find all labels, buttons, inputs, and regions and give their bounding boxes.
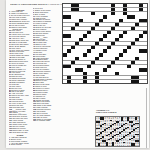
- grid-cell[interactable]: [99, 80, 103, 83]
- grid-cell[interactable]: [99, 46, 103, 49]
- grid-cell[interactable]: [127, 68, 131, 71]
- grid-cell[interactable]: [63, 61, 67, 64]
- grid-cell[interactable]: [91, 72, 95, 75]
- grid-cell[interactable]: [79, 12, 83, 15]
- grid-cell[interactable]: [103, 46, 107, 49]
- grid-cell[interactable]: [115, 12, 119, 15]
- grid-cell[interactable]: [87, 80, 91, 83]
- grid-cell[interactable]: [91, 34, 95, 37]
- grid-cell[interactable]: [71, 80, 75, 83]
- grid-cell[interactable]: [83, 31, 87, 34]
- grid-cell[interactable]: [103, 57, 107, 60]
- grid-cell[interactable]: [75, 19, 79, 22]
- grid-cell[interactable]: [91, 38, 95, 41]
- grid-cell[interactable]: [123, 19, 127, 22]
- grid-cell[interactable]: [127, 57, 131, 60]
- grid-cell[interactable]: [107, 4, 111, 7]
- grid-cell[interactable]: [71, 38, 75, 41]
- grid-cell[interactable]: [87, 72, 91, 75]
- grid-cell[interactable]: [75, 72, 79, 75]
- grid-cell[interactable]: [63, 42, 67, 45]
- grid-cell[interactable]: [135, 31, 139, 34]
- grid-cell[interactable]: [127, 38, 131, 41]
- grid-cell[interactable]: [119, 4, 123, 7]
- grid-cell[interactable]: [67, 8, 71, 11]
- grid-cell[interactable]: [75, 38, 79, 41]
- grid-cell[interactable]: [99, 4, 103, 7]
- grid-cell[interactable]: [71, 15, 75, 18]
- grid-cell[interactable]: [63, 8, 67, 11]
- grid-cell[interactable]: [143, 4, 147, 7]
- grid-cell[interactable]: [87, 8, 91, 11]
- grid-cell[interactable]: [143, 8, 147, 11]
- grid-cell[interactable]: [63, 19, 67, 22]
- grid-cell[interactable]: [91, 65, 95, 68]
- grid-cell[interactable]: [111, 46, 115, 49]
- grid-cell[interactable]: [87, 68, 91, 71]
- grid-cell[interactable]: [99, 57, 103, 60]
- grid-cell[interactable]: [131, 23, 135, 26]
- grid-cell[interactable]: [135, 72, 139, 75]
- grid-cell[interactable]: [67, 46, 71, 49]
- grid-cell[interactable]: [135, 15, 139, 18]
- grid-cell[interactable]: [71, 19, 75, 22]
- grid-cell[interactable]: [143, 34, 147, 37]
- grid-cell[interactable]: [139, 15, 143, 18]
- grid-cell[interactable]: [127, 72, 131, 75]
- grid-cell[interactable]: [99, 65, 103, 68]
- grid-cell[interactable]: [107, 76, 111, 79]
- grid-cell[interactable]: [87, 53, 91, 56]
- grid-cell[interactable]: [99, 15, 103, 18]
- grid-cell[interactable]: [91, 53, 95, 56]
- grid-cell[interactable]: [107, 38, 111, 41]
- grid-cell[interactable]: [71, 49, 75, 52]
- grid-cell[interactable]: [79, 57, 83, 60]
- grid-cell[interactable]: [127, 34, 131, 37]
- grid-cell[interactable]: [79, 61, 83, 64]
- grid-cell[interactable]: [71, 34, 75, 37]
- grid-cell[interactable]: [143, 42, 147, 45]
- grid-cell[interactable]: [115, 61, 119, 64]
- grid-cell[interactable]: [103, 72, 107, 75]
- grid-cell[interactable]: [83, 8, 87, 11]
- grid-cell[interactable]: [79, 49, 83, 52]
- grid-cell[interactable]: [67, 42, 71, 45]
- grid-cell[interactable]: [115, 80, 119, 83]
- grid-cell[interactable]: [127, 80, 131, 83]
- grid-cell[interactable]: [143, 46, 147, 49]
- grid-cell[interactable]: [119, 80, 123, 83]
- grid-cell[interactable]: [139, 27, 143, 30]
- grid-cell[interactable]: [127, 61, 131, 64]
- grid-cell[interactable]: [111, 68, 115, 71]
- grid-cell[interactable]: [79, 42, 83, 45]
- grid-cell[interactable]: [83, 4, 87, 7]
- grid-cell[interactable]: [95, 38, 99, 41]
- grid-cell[interactable]: [91, 4, 95, 7]
- grid-cell[interactable]: [115, 65, 119, 68]
- grid-cell[interactable]: [91, 15, 95, 18]
- grid-cell[interactable]: [79, 31, 83, 34]
- grid-cell[interactable]: [143, 65, 147, 68]
- grid-cell[interactable]: [115, 53, 119, 56]
- grid-cell[interactable]: [63, 72, 67, 75]
- grid-cell[interactable]: [135, 34, 139, 37]
- grid-cell[interactable]: [139, 31, 143, 34]
- grid-cell[interactable]: [131, 4, 135, 7]
- grid-cell[interactable]: [123, 23, 127, 26]
- grid-cell[interactable]: [107, 53, 111, 56]
- grid-cell[interactable]: [123, 72, 127, 75]
- grid-cell[interactable]: [79, 65, 83, 68]
- grid-cell[interactable]: [143, 72, 147, 75]
- grid-cell[interactable]: [63, 23, 67, 26]
- grid-cell[interactable]: [83, 27, 87, 30]
- grid-cell[interactable]: [131, 34, 135, 37]
- grid-cell[interactable]: [71, 72, 75, 75]
- grid-cell[interactable]: [135, 4, 139, 7]
- grid-cell[interactable]: [143, 53, 147, 56]
- grid-cell[interactable]: [83, 15, 87, 18]
- grid-cell[interactable]: [91, 76, 95, 79]
- grid-cell[interactable]: [95, 65, 99, 68]
- grid-cell[interactable]: [123, 42, 127, 45]
- grid-cell[interactable]: [123, 57, 127, 60]
- grid-cell[interactable]: [71, 65, 75, 68]
- grid-cell[interactable]: [83, 23, 87, 26]
- grid-cell[interactable]: [87, 57, 91, 60]
- grid-cell[interactable]: [75, 80, 79, 83]
- grid-cell[interactable]: [71, 76, 75, 79]
- grid-cell[interactable]: [131, 65, 135, 68]
- grid-cell[interactable]: [139, 72, 143, 75]
- grid-cell[interactable]: [67, 61, 71, 64]
- grid-cell[interactable]: [115, 31, 119, 34]
- grid-cell[interactable]: [67, 53, 71, 56]
- grid-cell[interactable]: [99, 12, 103, 15]
- grid-cell[interactable]: [135, 61, 139, 64]
- grid-cell[interactable]: [75, 76, 79, 79]
- grid-cell[interactable]: [63, 31, 67, 34]
- grid-cell[interactable]: [99, 23, 103, 26]
- grid-cell[interactable]: [87, 27, 91, 30]
- grid-cell[interactable]: [119, 27, 123, 30]
- grid-cell[interactable]: [71, 12, 75, 15]
- grid-cell[interactable]: [87, 76, 91, 79]
- grid-cell[interactable]: [67, 4, 71, 7]
- grid-cell[interactable]: [71, 23, 75, 26]
- grid-cell[interactable]: [135, 65, 139, 68]
- grid-cell[interactable]: [91, 31, 95, 34]
- grid-cell[interactable]: [79, 27, 83, 30]
- grid-cell[interactable]: [135, 42, 139, 45]
- grid-cell[interactable]: [119, 42, 123, 45]
- grid-cell[interactable]: [63, 80, 67, 83]
- grid-cell[interactable]: [115, 76, 119, 79]
- grid-cell[interactable]: [95, 61, 99, 64]
- grid-cell[interactable]: [103, 4, 107, 7]
- grid-cell[interactable]: [127, 53, 131, 56]
- grid-cell[interactable]: [111, 57, 115, 60]
- grid-cell[interactable]: [131, 12, 135, 15]
- grid-cell[interactable]: [79, 80, 83, 83]
- grid-cell[interactable]: [107, 42, 111, 45]
- grid-cell[interactable]: [119, 23, 123, 26]
- grid-cell[interactable]: [71, 53, 75, 56]
- grid-cell[interactable]: [139, 65, 143, 68]
- grid-cell[interactable]: [83, 46, 87, 49]
- grid-cell[interactable]: [87, 46, 91, 49]
- grid-cell[interactable]: [115, 8, 119, 11]
- grid-cell[interactable]: [119, 72, 123, 75]
- grid-cell[interactable]: [115, 46, 119, 49]
- grid-cell[interactable]: [107, 12, 111, 15]
- grid-cell[interactable]: [103, 23, 107, 26]
- grid-cell[interactable]: [83, 42, 87, 45]
- grid-cell[interactable]: [107, 15, 111, 18]
- grid-cell[interactable]: [103, 76, 107, 79]
- grid-cell[interactable]: [111, 49, 115, 52]
- grid-cell[interactable]: [143, 23, 147, 26]
- grid-cell[interactable]: [95, 53, 99, 56]
- grid-cell[interactable]: [143, 80, 147, 83]
- grid-cell[interactable]: [119, 49, 123, 52]
- grid-cell[interactable]: [99, 76, 103, 79]
- grid-cell[interactable]: [103, 31, 107, 34]
- grid-cell[interactable]: [99, 27, 103, 30]
- grid-cell[interactable]: [119, 31, 123, 34]
- grid-cell[interactable]: [135, 49, 139, 52]
- grid-cell[interactable]: [99, 68, 103, 71]
- grid-cell[interactable]: [135, 8, 139, 11]
- grid-cell[interactable]: [135, 53, 139, 56]
- grid-cell[interactable]: [75, 65, 79, 68]
- grid-cell[interactable]: [79, 15, 83, 18]
- grid-cell[interactable]: [95, 49, 99, 52]
- grid-cell[interactable]: [67, 57, 71, 60]
- grid-cell[interactable]: [91, 8, 95, 11]
- grid-cell[interactable]: [63, 68, 67, 71]
- grid-cell[interactable]: [135, 12, 139, 15]
- grid-cell[interactable]: [79, 8, 83, 11]
- grid-cell[interactable]: [67, 12, 71, 15]
- grid-cell[interactable]: [139, 23, 143, 26]
- grid-cell[interactable]: [99, 72, 103, 75]
- grid-cell[interactable]: [111, 65, 115, 68]
- grid-cell[interactable]: [107, 49, 111, 52]
- grid-cell[interactable]: [127, 4, 131, 7]
- grid-cell[interactable]: [107, 80, 111, 83]
- grid-cell[interactable]: [83, 12, 87, 15]
- grid-cell[interactable]: [115, 19, 119, 22]
- grid-cell[interactable]: [75, 53, 79, 56]
- grid-cell[interactable]: [115, 42, 119, 45]
- grid-cell[interactable]: [99, 31, 103, 34]
- grid-cell[interactable]: [107, 61, 111, 64]
- grid-cell[interactable]: [67, 72, 71, 75]
- grid-cell[interactable]: [119, 57, 123, 60]
- grid-cell[interactable]: [83, 68, 87, 71]
- grid-cell[interactable]: [95, 4, 99, 7]
- grid-cell[interactable]: [131, 68, 135, 71]
- grid-cell[interactable]: [119, 12, 123, 15]
- grid-cell[interactable]: [63, 49, 67, 52]
- grid-cell[interactable]: [95, 27, 99, 30]
- grid-cell[interactable]: [131, 49, 135, 52]
- grid-cell[interactable]: [119, 15, 123, 18]
- grid-cell[interactable]: [135, 68, 139, 71]
- grid-cell[interactable]: [131, 57, 135, 60]
- grid-cell[interactable]: [107, 68, 111, 71]
- grid-cell[interactable]: [79, 46, 83, 49]
- grid-cell[interactable]: [115, 27, 119, 30]
- grid-cell[interactable]: [75, 49, 79, 52]
- grid-cell[interactable]: [127, 31, 131, 34]
- grid-cell[interactable]: [103, 19, 107, 22]
- grid-cell[interactable]: [83, 19, 87, 22]
- grid-cell[interactable]: [143, 27, 147, 30]
- grid-cell[interactable]: [139, 61, 143, 64]
- grid-cell[interactable]: [99, 42, 103, 45]
- grid-cell[interactable]: [83, 61, 87, 64]
- grid-cell[interactable]: [127, 19, 131, 22]
- grid-cell[interactable]: [95, 15, 99, 18]
- grid-cell[interactable]: [79, 53, 83, 56]
- grid-cell[interactable]: [123, 53, 127, 56]
- grid-cell[interactable]: [131, 8, 135, 11]
- grid-cell[interactable]: [123, 80, 127, 83]
- grid-cell[interactable]: [123, 15, 127, 18]
- grid-cell[interactable]: [111, 15, 115, 18]
- grid-cell[interactable]: [115, 4, 119, 7]
- grid-cell[interactable]: [91, 68, 95, 71]
- grid-cell[interactable]: [139, 57, 143, 60]
- grid-cell[interactable]: [87, 42, 91, 45]
- grid-cell[interactable]: [63, 76, 67, 79]
- grid-cell[interactable]: [139, 12, 143, 15]
- grid-cell[interactable]: [87, 61, 91, 64]
- grid-cell[interactable]: [143, 38, 147, 41]
- grid-cell[interactable]: [123, 46, 127, 49]
- grid-cell[interactable]: [103, 8, 107, 11]
- grid-cell[interactable]: [91, 42, 95, 45]
- grid-cell[interactable]: [87, 15, 91, 18]
- grid-cell[interactable]: [75, 31, 79, 34]
- grid-cell[interactable]: [111, 19, 115, 22]
- grid-cell[interactable]: [135, 27, 139, 30]
- grid-cell[interactable]: [67, 19, 71, 22]
- grid-cell[interactable]: [79, 23, 83, 26]
- grid-cell[interactable]: [63, 12, 67, 15]
- grid-cell[interactable]: [111, 38, 115, 41]
- grid-cell[interactable]: [63, 57, 67, 60]
- grid-cell[interactable]: [63, 4, 67, 7]
- grid-cell[interactable]: [87, 38, 91, 41]
- grid-cell[interactable]: [99, 61, 103, 64]
- grid-cell[interactable]: [103, 27, 107, 30]
- grid-cell[interactable]: [123, 76, 127, 79]
- grid-cell[interactable]: [107, 8, 111, 11]
- grid-cell[interactable]: [119, 8, 123, 11]
- grid-cell[interactable]: [103, 42, 107, 45]
- grid-cell[interactable]: [75, 15, 79, 18]
- grid-cell[interactable]: [127, 12, 131, 15]
- grid-cell[interactable]: [63, 27, 67, 30]
- grid-cell[interactable]: [87, 23, 91, 26]
- grid-cell[interactable]: [75, 61, 79, 64]
- grid-cell[interactable]: [87, 4, 91, 7]
- grid-cell[interactable]: [95, 31, 99, 34]
- grid-cell[interactable]: [131, 19, 135, 22]
- grid-cell[interactable]: [143, 76, 147, 79]
- grid-cell[interactable]: [67, 68, 71, 71]
- grid-cell[interactable]: [139, 46, 143, 49]
- grid-cell[interactable]: [91, 49, 95, 52]
- grid-cell[interactable]: [107, 72, 111, 75]
- grid-cell[interactable]: [123, 68, 127, 71]
- grid-cell[interactable]: [83, 38, 87, 41]
- grid-cell[interactable]: [123, 65, 127, 68]
- grid-cell[interactable]: [131, 53, 135, 56]
- grid-cell[interactable]: [107, 19, 111, 22]
- grid-cell[interactable]: [79, 72, 83, 75]
- grid-cell[interactable]: [119, 68, 123, 71]
- grid-cell[interactable]: [87, 34, 91, 37]
- grid-cell[interactable]: [71, 31, 75, 34]
- grid-cell[interactable]: [103, 61, 107, 64]
- grid-cell[interactable]: [123, 38, 127, 41]
- grid-cell[interactable]: [119, 38, 123, 41]
- grid-cell[interactable]: [127, 8, 131, 11]
- grid-cell[interactable]: [79, 34, 83, 37]
- grid-cell[interactable]: [83, 65, 87, 68]
- grid-cell[interactable]: [99, 34, 103, 37]
- grid-cell[interactable]: [139, 76, 143, 79]
- grid-cell[interactable]: [127, 76, 131, 79]
- grid-cell[interactable]: [139, 53, 143, 56]
- grid-cell[interactable]: [75, 46, 79, 49]
- grid-cell[interactable]: [95, 12, 99, 15]
- grid-cell[interactable]: [123, 27, 127, 30]
- grid-cell[interactable]: [131, 31, 135, 34]
- grid-cell[interactable]: [119, 61, 123, 64]
- grid-cell[interactable]: [135, 19, 139, 22]
- grid-cell[interactable]: [67, 27, 71, 30]
- grid-cell[interactable]: [135, 46, 139, 49]
- grid-cell[interactable]: [111, 31, 115, 34]
- grid-cell[interactable]: [143, 15, 147, 18]
- grid-cell[interactable]: [119, 65, 123, 68]
- grid-cell[interactable]: [91, 80, 95, 83]
- grid-cell[interactable]: [107, 23, 111, 26]
- grid-cell[interactable]: [131, 46, 135, 49]
- grid-cell[interactable]: [139, 80, 143, 83]
- grid-cell[interactable]: [103, 53, 107, 56]
- grid-cell[interactable]: [115, 15, 119, 18]
- grid-cell[interactable]: [95, 68, 99, 71]
- grid-cell[interactable]: [127, 49, 131, 52]
- grid-cell[interactable]: [123, 34, 127, 37]
- grid-cell[interactable]: [75, 12, 79, 15]
- grid-cell[interactable]: [75, 27, 79, 30]
- grid-cell[interactable]: [91, 57, 95, 60]
- grid-cell[interactable]: [143, 61, 147, 64]
- grid-cell[interactable]: [139, 42, 143, 45]
- grid-cell[interactable]: [111, 80, 115, 83]
- grid-cell[interactable]: [143, 12, 147, 15]
- grid-cell[interactable]: [75, 34, 79, 37]
